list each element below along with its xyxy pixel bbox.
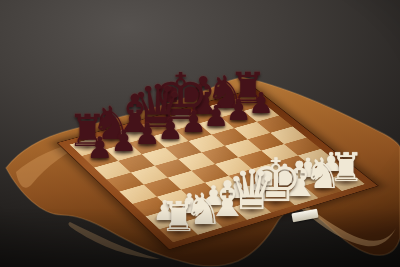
- piece-black-pawn[interactable]: ♟: [87, 134, 114, 164]
- piece-black-pawn[interactable]: ♟: [110, 127, 137, 157]
- piece-black-pawn[interactable]: ♟: [226, 95, 252, 124]
- piece-black-pawn[interactable]: ♟: [248, 89, 274, 118]
- piece-white-rook[interactable]: ♜: [160, 197, 197, 238]
- piece-black-pawn[interactable]: ♟: [157, 114, 183, 143]
- piece-black-pawn[interactable]: ♟: [203, 102, 229, 131]
- piece-black-pawn[interactable]: ♟: [180, 108, 206, 137]
- chess-set-photo: ♜♞♝♛♚♝♞♜♟♟♟♟♟♟♟♟♟♟♟♟♟♟♟♟♜♞♝♛♚♝♞♜: [0, 0, 400, 267]
- piece-black-pawn[interactable]: ♟: [134, 121, 160, 151]
